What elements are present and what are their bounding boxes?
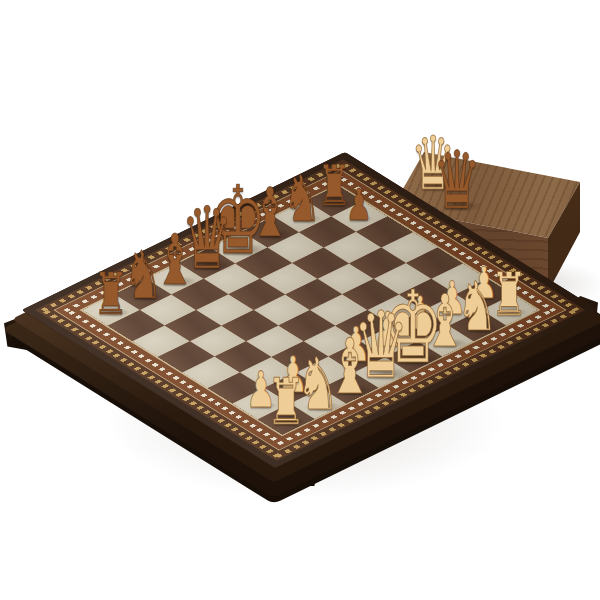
piece-shadow [190, 259, 235, 272]
piece-shadow [463, 323, 498, 333]
piece-shadow [411, 324, 435, 331]
piece-shadow [323, 199, 352, 207]
piece-shadow [99, 308, 129, 317]
piece-shadow [431, 338, 468, 349]
piece-shadow [475, 293, 498, 300]
piece-shadow [256, 229, 291, 239]
piece-shadow [350, 215, 373, 222]
piece-shadow [393, 352, 445, 367]
chess-set-product-photo: ♛♛♜♞♟♝♚♛♝♞♟♜♜♟♟♞♝♟♟♚♛♝♟♟♞♜ [0, 0, 600, 600]
piece-shadow [161, 276, 197, 287]
piece-shadow [304, 401, 341, 412]
piece-shadow [418, 181, 456, 192]
piece-shadow [443, 309, 467, 316]
piece-shadow [335, 385, 375, 396]
